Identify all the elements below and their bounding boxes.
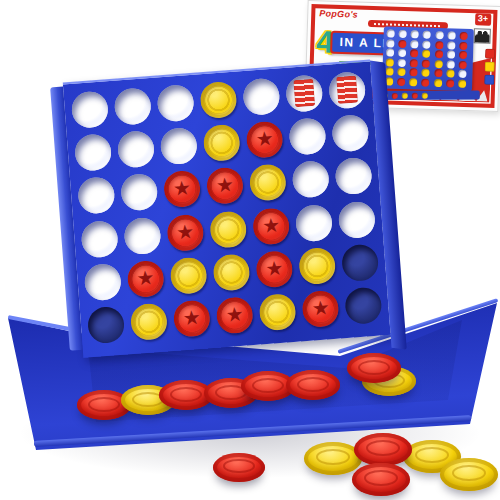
red-disc-flat: [352, 463, 410, 496]
disc-star-emboss: ★: [311, 296, 331, 321]
yellow-disc: [249, 164, 288, 203]
box-picture-dot: [435, 40, 443, 48]
cell-r4-c1: [76, 216, 122, 262]
red-disc-flat: [347, 353, 401, 383]
empty-hole: [70, 90, 109, 129]
age-badge: 3+: [475, 13, 492, 25]
box-picture-dot: [399, 30, 407, 38]
red-disc: ★: [166, 213, 205, 252]
empty-hole: [116, 130, 155, 169]
empty-hole: [285, 74, 324, 113]
cell-r3-c5: [245, 160, 291, 206]
brand-logo: PopGo's: [319, 8, 358, 19]
game-board: ★★★★★★★★★★: [50, 58, 409, 377]
red-disc-flat: [354, 433, 412, 466]
cell-r1-c6: [281, 70, 327, 116]
cell-r3-c4: ★: [202, 163, 248, 209]
cell-r5-c1: [79, 259, 125, 305]
empty-hole: [156, 84, 195, 123]
cell-r6-c4: ★: [212, 292, 258, 338]
disc-star-emboss: ★: [175, 219, 195, 244]
empty-hole: [120, 173, 159, 212]
cell-r5-c2: ★: [122, 256, 168, 302]
box-picture-dot: [446, 60, 454, 68]
empty-hole: [328, 71, 367, 110]
cell-r6-c5: [255, 289, 301, 335]
empty-hole: [123, 216, 162, 255]
yellow-disc: [258, 293, 297, 332]
box-color-swatches: [484, 49, 495, 85]
cell-r6-c1: [83, 302, 129, 348]
cell-r1-c4: [195, 76, 241, 122]
disc-star-emboss: ★: [215, 172, 235, 197]
yellow-disc: [298, 247, 337, 286]
cell-r4-c6: [291, 200, 337, 246]
box-color-swatch: [485, 62, 495, 72]
cell-r5-c6: [294, 243, 340, 289]
cell-r1-c2: [109, 83, 155, 129]
box-picture-dot: [447, 31, 455, 39]
box-game-picture: [382, 26, 474, 91]
cell-r2-c1: [70, 129, 116, 175]
cell-r4-c7: [334, 196, 380, 242]
yellow-disc-flat: [440, 458, 498, 491]
cell-r2-c6: [285, 113, 331, 159]
box-picture-dot: [459, 51, 467, 59]
box-picture-dot: [458, 60, 466, 68]
cell-r4-c5: ★: [248, 203, 294, 249]
cell-r1-c3: [152, 80, 198, 126]
cell-r6-c3: ★: [169, 296, 215, 342]
disc-star-emboss: ★: [265, 256, 285, 281]
cell-r6-c2: [126, 299, 172, 345]
disc-star-emboss: ★: [225, 302, 245, 327]
box-color-swatch: [485, 49, 495, 59]
cell-r4-c3: ★: [162, 209, 208, 255]
red-disc: ★: [126, 260, 165, 299]
players-icon: [473, 28, 490, 44]
cell-r4-c2: [119, 213, 165, 259]
box-picture-tray-dot: [402, 92, 408, 98]
box-picture-dot: [410, 68, 418, 76]
box-picture-dot: [387, 29, 395, 37]
box-picture-tray-dot: [412, 92, 418, 98]
disc-star-emboss: ★: [182, 305, 202, 330]
red-disc: ★: [215, 296, 254, 335]
box-picture-dot: [446, 79, 454, 87]
yellow-disc: [202, 124, 241, 163]
box-picture-dot: [423, 31, 431, 39]
empty-hole: [159, 127, 198, 166]
box-picture-dot: [423, 40, 431, 48]
disc-star-emboss: ★: [172, 176, 192, 201]
disc-star-emboss: ★: [255, 126, 275, 151]
box-picture-tray-dot: [392, 92, 398, 98]
cell-r2-c4: [199, 120, 245, 166]
yellow-disc: [129, 303, 168, 342]
empty-hole: [83, 263, 122, 302]
box-picture-dot: [435, 31, 443, 39]
cell-r2-c5: ★: [242, 116, 288, 162]
box-picture-dot: [422, 59, 430, 67]
red-disc: ★: [255, 250, 294, 289]
cell-r3-c1: [73, 173, 119, 219]
box-picture-dot: [447, 41, 455, 49]
box-color-swatch: [484, 75, 494, 85]
warning-label-through-hole: [294, 79, 316, 107]
red-disc: ★: [163, 170, 202, 209]
empty-hole: [86, 306, 125, 345]
warning-label-through-hole: [337, 76, 359, 104]
board-grid: ★★★★★★★★★★: [63, 63, 390, 353]
empty-hole: [292, 160, 331, 199]
box-picture-dot: [422, 50, 430, 58]
box-picture-dot: [410, 59, 418, 67]
yellow-disc: [199, 80, 238, 119]
box-picture-dot: [398, 39, 406, 47]
cell-r5-c3: [165, 253, 211, 299]
cell-r5-c7: [337, 240, 383, 286]
red-disc-flat: [286, 370, 340, 400]
box-picture-dot: [434, 69, 442, 77]
empty-hole: [73, 133, 112, 172]
box-picture-dot: [386, 48, 394, 56]
box-picture-dot: [458, 70, 466, 78]
empty-hole: [113, 87, 152, 126]
box-picture-dot: [447, 50, 455, 58]
yellow-disc: [209, 210, 248, 249]
cell-r6-c7: [341, 283, 387, 329]
empty-hole: [344, 287, 383, 326]
box-picture-dot: [434, 59, 442, 67]
empty-hole: [338, 200, 377, 239]
product-photo: PopGo's 3+ 4 IN A LINE ★★★★★★★★★★: [0, 0, 500, 500]
disc-star-emboss: ★: [136, 265, 156, 290]
red-disc: ★: [206, 167, 245, 206]
red-disc: ★: [301, 290, 340, 329]
red-disc: ★: [252, 207, 291, 246]
empty-hole: [331, 114, 370, 153]
cell-r2-c3: [156, 123, 202, 169]
cell-r1-c7: [324, 67, 370, 113]
box-picture-dot: [409, 78, 417, 86]
cell-r2-c2: [113, 126, 159, 172]
box-picture-dot: [434, 78, 442, 86]
cell-r4-c4: [205, 206, 251, 252]
box-picture-tray-dot: [422, 92, 428, 98]
empty-hole: [80, 220, 119, 259]
box-picture-dot: [411, 40, 419, 48]
cell-r6-c6: ★: [298, 286, 344, 332]
box-picture-dot: [398, 68, 406, 76]
yellow-disc: [169, 256, 208, 295]
empty-hole: [335, 157, 374, 196]
red-disc-flat: [213, 453, 265, 482]
box-picture-dot: [421, 78, 429, 86]
cell-r5-c5: ★: [251, 246, 297, 292]
cell-r5-c4: [208, 249, 254, 295]
box-picture-dot: [435, 50, 443, 58]
box-picture-dot: [458, 79, 466, 87]
red-disc: ★: [245, 120, 284, 159]
box-picture-dot: [422, 69, 430, 77]
empty-hole: [341, 243, 380, 282]
cell-r1-c1: [66, 86, 112, 132]
yellow-disc: [212, 253, 251, 292]
cell-r3-c3: ★: [159, 166, 205, 212]
cell-r2-c7: [328, 110, 374, 156]
box-picture-dot: [459, 32, 467, 40]
cell-r3-c2: [116, 169, 162, 215]
empty-hole: [288, 117, 327, 156]
box-picture-dot: [411, 30, 419, 38]
cell-r3-c7: [331, 153, 377, 199]
box-picture-dot: [410, 49, 418, 57]
box-picture-dot: [398, 58, 406, 66]
empty-hole: [295, 204, 334, 243]
box-picture-dot: [459, 41, 467, 49]
box-picture-dot: [386, 39, 394, 47]
box-picture-dot: [398, 49, 406, 57]
box-picture-dot: [397, 77, 405, 85]
empty-hole: [242, 77, 281, 116]
disc-star-emboss: ★: [261, 212, 281, 237]
red-disc: ★: [172, 300, 211, 339]
box-picture-dot: [446, 69, 454, 77]
cell-r1-c5: [238, 73, 284, 119]
empty-hole: [77, 176, 116, 215]
cell-r3-c6: [288, 156, 334, 202]
